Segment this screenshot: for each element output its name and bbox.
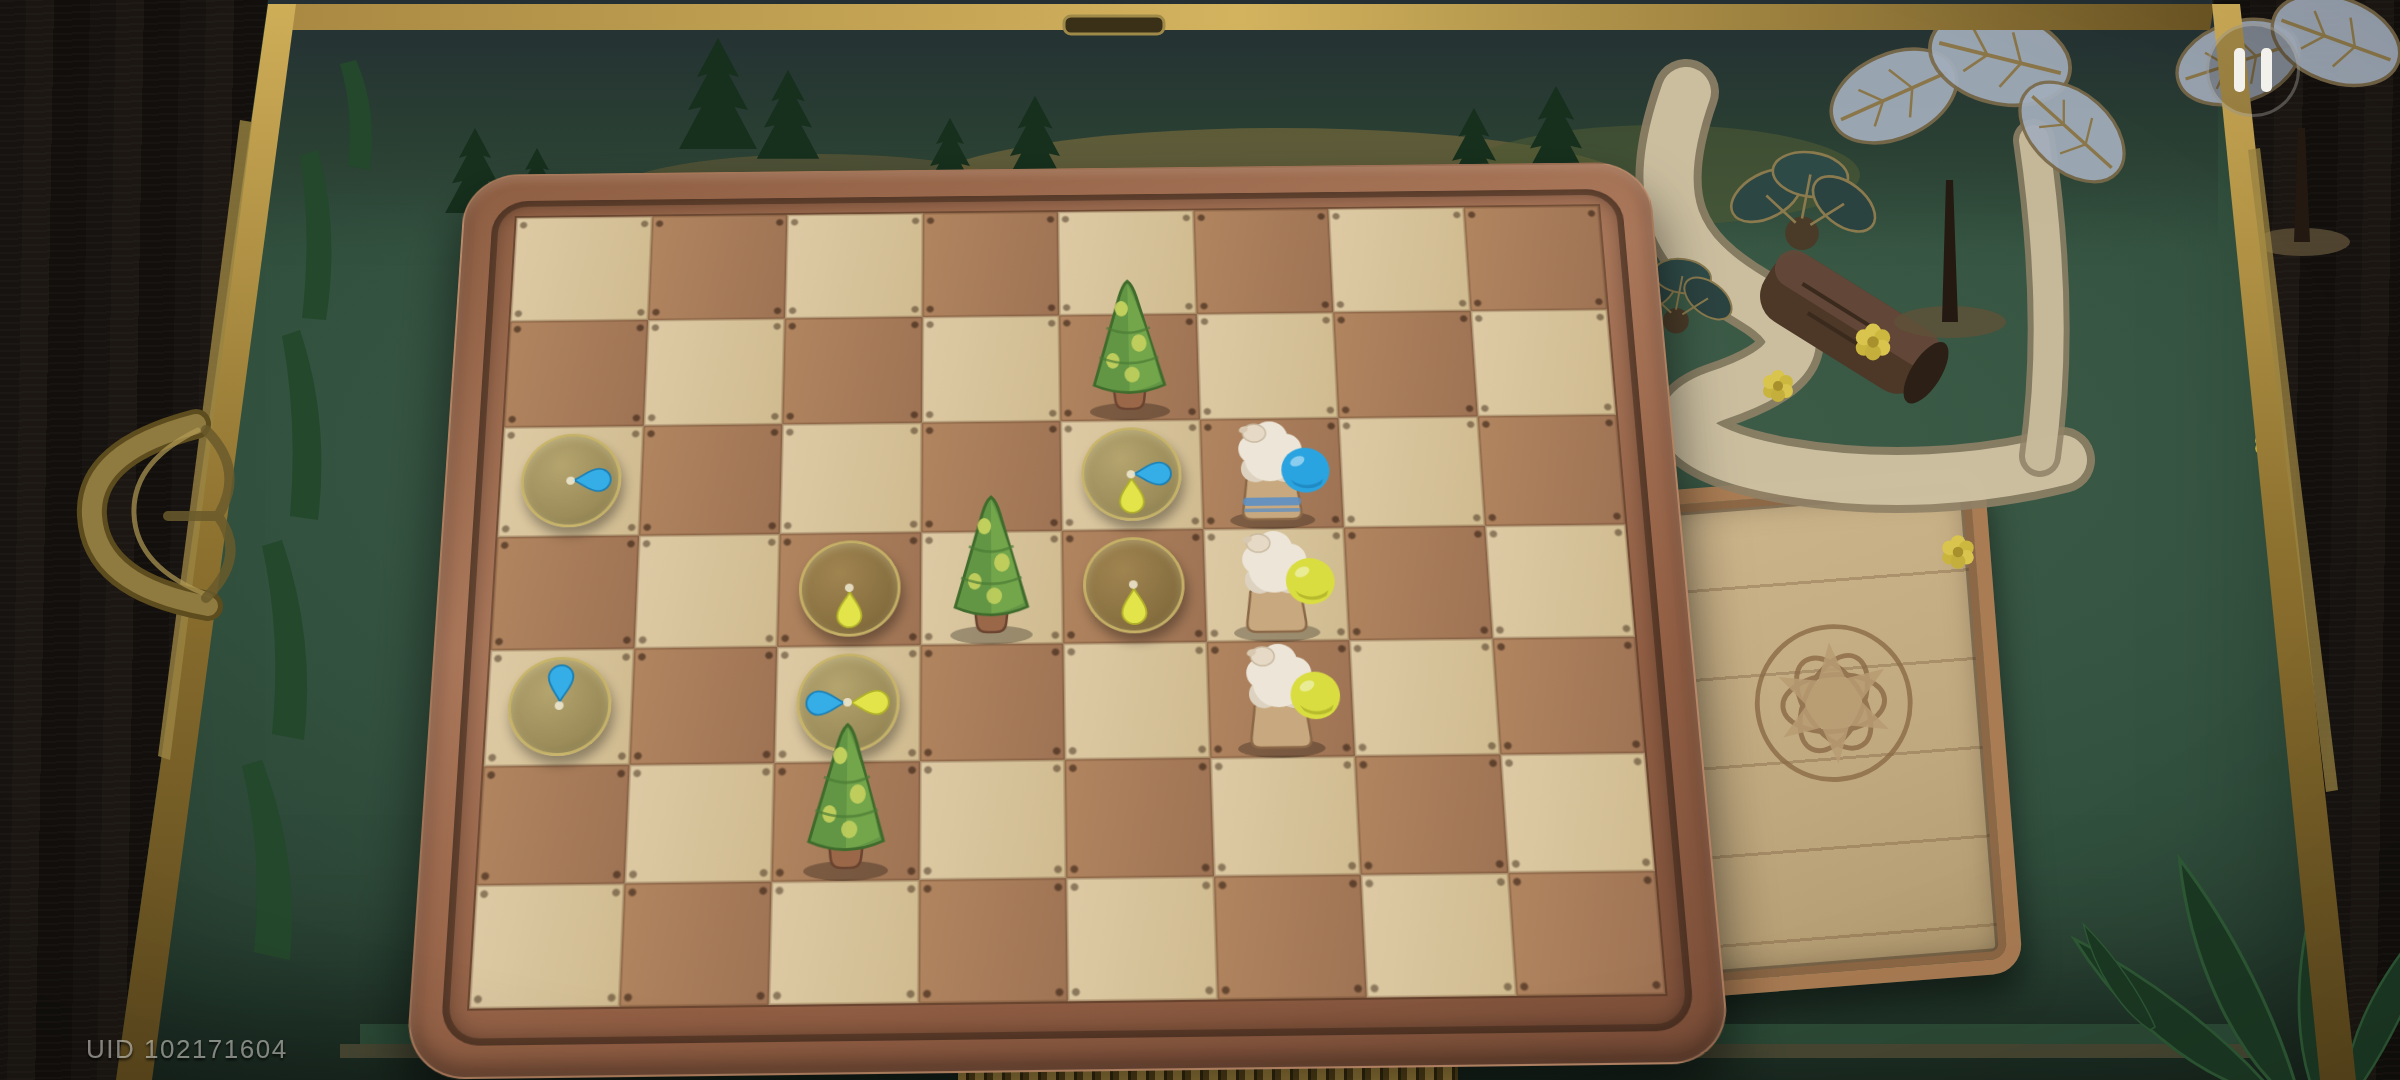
board-perspective-wrap [405, 162, 1732, 1080]
board-cell[interactable] [504, 320, 648, 428]
board-cell[interactable] [639, 425, 783, 536]
board-cell[interactable] [648, 215, 788, 320]
board-cell[interactable] [1344, 526, 1492, 640]
board-cell[interactable] [643, 318, 785, 426]
board-cell[interactable] [1361, 873, 1516, 998]
board-cell[interactable] [785, 213, 923, 318]
disc-piece[interactable] [1062, 529, 1206, 643]
disc-piece[interactable] [1061, 420, 1203, 531]
board-cell[interactable] [1508, 871, 1666, 995]
board-cell[interactable] [1338, 417, 1484, 528]
tree-piece-graphic [788, 696, 903, 882]
board-cell[interactable] [477, 764, 630, 885]
disc-piece[interactable] [484, 648, 634, 766]
scent-disc-graphic [1080, 427, 1182, 522]
tray-flower-emblem [1728, 598, 1939, 809]
board-cell[interactable] [1500, 752, 1655, 873]
game-screen: UID 102171604 [0, 0, 2400, 1080]
board-grid[interactable] [467, 204, 1668, 1011]
pause-icon [2234, 48, 2245, 92]
board-cell[interactable] [1470, 309, 1616, 417]
scent-disc-graphic [1082, 536, 1186, 633]
board-cell[interactable] [1485, 524, 1635, 638]
pause-button[interactable] [2206, 23, 2300, 117]
blue-droplet-north-icon [546, 664, 575, 702]
disc-piece[interactable] [777, 532, 921, 646]
board-cell[interactable] [1492, 637, 1645, 754]
tree-piece[interactable] [1059, 314, 1199, 422]
yellow-droplet-south-icon [1120, 588, 1147, 625]
tree-piece[interactable] [772, 761, 920, 882]
board-cell[interactable] [619, 882, 772, 1007]
board-cell[interactable] [769, 880, 919, 1005]
board-cell[interactable] [782, 317, 922, 425]
scent-disc-graphic [798, 540, 901, 637]
pause-icon [2261, 48, 2272, 92]
disc-piece[interactable] [497, 426, 643, 537]
board-cell[interactable] [922, 212, 1059, 317]
board-cell[interactable] [780, 423, 922, 534]
tree-piece-graphic [937, 469, 1047, 645]
board-cell[interactable] [921, 315, 1060, 423]
board-cell[interactable] [1349, 638, 1500, 755]
board-cell[interactable] [1328, 207, 1470, 312]
board-frame [405, 162, 1732, 1080]
board-cell[interactable] [919, 759, 1066, 880]
board-cell[interactable] [1193, 209, 1333, 314]
board-cell[interactable] [1066, 877, 1217, 1002]
board-cell[interactable] [920, 643, 1065, 761]
sheep-piece[interactable] [1206, 640, 1355, 757]
uid-label: UID 102171604 [86, 1034, 288, 1065]
yellow-droplet-south-icon [1118, 477, 1145, 513]
sheep-piece-graphic [1214, 614, 1346, 758]
board-cell[interactable] [629, 647, 777, 765]
board-cell[interactable] [1214, 875, 1367, 1000]
board-cell[interactable] [1355, 754, 1508, 875]
board-cell[interactable] [491, 536, 639, 650]
blue-droplet-east-icon [573, 468, 613, 493]
board-cell[interactable] [1210, 756, 1361, 877]
board-cell[interactable] [1477, 415, 1625, 526]
scent-disc-graphic [505, 656, 613, 756]
board-cell[interactable] [1065, 757, 1214, 878]
tree-piece-graphic [1074, 255, 1183, 421]
board-cell[interactable] [918, 878, 1068, 1003]
scent-disc-graphic [518, 433, 623, 528]
board-cell[interactable] [510, 216, 652, 321]
board-cell[interactable] [469, 884, 624, 1009]
board-cell[interactable] [1463, 206, 1607, 311]
tree-piece[interactable] [920, 531, 1063, 645]
board-cell[interactable] [1063, 642, 1210, 759]
yellow-droplet-south-icon [836, 591, 863, 629]
board-cell[interactable] [1333, 311, 1477, 419]
board-cell[interactable] [624, 763, 774, 884]
board-cell[interactable] [634, 534, 780, 648]
